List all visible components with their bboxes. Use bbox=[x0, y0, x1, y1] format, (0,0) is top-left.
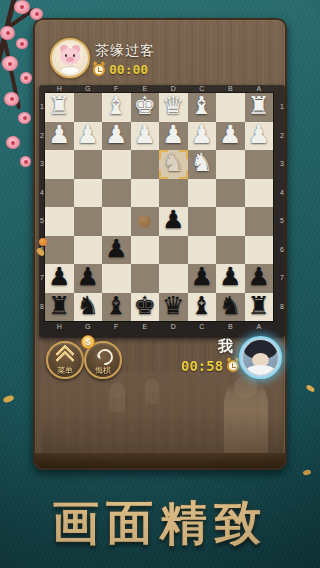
rank-label-left-8: 8 bbox=[39, 303, 45, 311]
rank-label-right-1: 1 bbox=[279, 103, 285, 111]
square-c3[interactable]: ♞ bbox=[188, 150, 217, 179]
square-a4[interactable] bbox=[245, 179, 274, 208]
selected-square-highlight bbox=[159, 150, 188, 179]
file-label-top-e: E bbox=[131, 85, 160, 93]
rank-label-right-8: 8 bbox=[279, 303, 285, 311]
square-f4[interactable] bbox=[102, 179, 131, 208]
white-pawn: ♟ bbox=[105, 121, 127, 149]
rank-label-right-4: 4 bbox=[279, 189, 285, 197]
square-d4[interactable] bbox=[159, 179, 188, 208]
black-queen: ♛ bbox=[162, 292, 184, 320]
rank-label-left-3: 3 bbox=[39, 160, 45, 168]
square-h7[interactable]: ♟ bbox=[45, 264, 74, 293]
file-label-bottom-d: D bbox=[159, 323, 188, 331]
black-pawn: ♟ bbox=[48, 263, 70, 291]
square-c5[interactable] bbox=[188, 207, 217, 236]
square-a2[interactable]: ♟ bbox=[245, 122, 274, 151]
square-b3[interactable] bbox=[216, 150, 245, 179]
black-rook: ♜ bbox=[48, 292, 70, 320]
square-d7[interactable] bbox=[159, 264, 188, 293]
black-knight: ♞ bbox=[219, 292, 241, 320]
move-origin-dot bbox=[138, 215, 151, 228]
square-h3[interactable] bbox=[45, 150, 74, 179]
square-g2[interactable]: ♟ bbox=[74, 122, 103, 151]
file-label-top-h: H bbox=[45, 85, 74, 93]
square-g6[interactable] bbox=[74, 236, 103, 265]
file-label-bottom-e: E bbox=[131, 323, 160, 331]
rank-label-right-6: 6 bbox=[279, 246, 285, 254]
file-label-top-d: D bbox=[159, 85, 188, 93]
white-king: ♚ bbox=[134, 92, 156, 120]
square-c6[interactable] bbox=[188, 236, 217, 265]
square-d1[interactable]: ♛ bbox=[159, 93, 188, 122]
square-e5[interactable] bbox=[131, 207, 160, 236]
square-a8[interactable]: ♜ bbox=[245, 293, 274, 322]
square-d3[interactable]: ♞ bbox=[159, 150, 188, 179]
wood-panel: 茶缘过客 00:00 ♜♝♚♛♝♜♟♟♟♟♟♟♟♟♞♞♟♟♟♟♟♟♟♜♞♝♚♛♝… bbox=[33, 18, 287, 470]
square-b4[interactable] bbox=[216, 179, 245, 208]
square-f2[interactable]: ♟ bbox=[102, 122, 131, 151]
square-g3[interactable] bbox=[74, 150, 103, 179]
white-pawn: ♟ bbox=[191, 121, 213, 149]
blossom-flower bbox=[18, 112, 31, 124]
square-d2[interactable]: ♟ bbox=[159, 122, 188, 151]
white-pawn: ♟ bbox=[134, 121, 156, 149]
square-b1[interactable] bbox=[216, 93, 245, 122]
file-label-bottom-c: C bbox=[188, 323, 217, 331]
square-e8[interactable]: ♚ bbox=[131, 293, 160, 322]
blossom-flower bbox=[0, 26, 15, 40]
white-rook: ♜ bbox=[48, 92, 70, 120]
opponent-timer: 00:00 bbox=[93, 62, 148, 77]
square-b8[interactable]: ♞ bbox=[216, 293, 245, 322]
floor-tint bbox=[41, 372, 283, 458]
square-a1[interactable]: ♜ bbox=[245, 93, 274, 122]
black-pawn: ♟ bbox=[219, 263, 241, 291]
square-g4[interactable] bbox=[74, 179, 103, 208]
square-a7[interactable]: ♟ bbox=[245, 264, 274, 293]
rank-label-right-5: 5 bbox=[279, 217, 285, 225]
white-bishop: ♝ bbox=[105, 92, 127, 120]
square-h5[interactable] bbox=[45, 207, 74, 236]
alarm-clock-icon bbox=[93, 64, 105, 76]
square-b5[interactable] bbox=[216, 207, 245, 236]
square-f5[interactable] bbox=[102, 207, 131, 236]
blossom-branch bbox=[0, 0, 17, 64]
square-f1[interactable]: ♝ bbox=[102, 93, 131, 122]
player-timer-value: 00:58 bbox=[181, 358, 223, 374]
square-f3[interactable] bbox=[102, 150, 131, 179]
opponent-avatar bbox=[50, 38, 90, 78]
blossom-branch bbox=[5, 8, 35, 31]
file-label-top-f: F bbox=[102, 85, 131, 93]
rank-label-right-7: 7 bbox=[279, 274, 285, 282]
white-queen: ♛ bbox=[162, 92, 184, 120]
chess-board: ♜♝♚♛♝♜♟♟♟♟♟♟♟♟♞♞♟♟♟♟♟♟♟♜♞♝♚♛♝♞♜ bbox=[45, 93, 273, 321]
square-d8[interactable]: ♛ bbox=[159, 293, 188, 322]
white-pawn: ♟ bbox=[162, 121, 184, 149]
square-b7[interactable]: ♟ bbox=[216, 264, 245, 293]
square-h6[interactable] bbox=[45, 236, 74, 265]
rank-label-right-2: 2 bbox=[279, 132, 285, 140]
blossom-branch bbox=[3, 40, 21, 109]
blossom-flower bbox=[20, 72, 32, 84]
rank-label-left-1: 1 bbox=[39, 103, 45, 111]
square-g5[interactable] bbox=[74, 207, 103, 236]
menu-button-label: 菜单 bbox=[48, 365, 82, 376]
black-pawn: ♟ bbox=[191, 263, 213, 291]
square-f8[interactable]: ♝ bbox=[102, 293, 131, 322]
blossom-flower bbox=[2, 56, 18, 71]
gold-petal bbox=[2, 394, 15, 404]
player-avatar bbox=[239, 336, 282, 379]
square-c1[interactable]: ♝ bbox=[188, 93, 217, 122]
opponent-timer-value: 00:00 bbox=[109, 62, 148, 77]
player-timer: 00:58 bbox=[181, 358, 239, 374]
square-d6[interactable] bbox=[159, 236, 188, 265]
black-pawn: ♟ bbox=[162, 206, 184, 234]
white-knight: ♞ bbox=[162, 149, 184, 177]
file-label-bottom-a: A bbox=[245, 323, 274, 331]
square-h1[interactable]: ♜ bbox=[45, 93, 74, 122]
black-pawn: ♟ bbox=[77, 263, 99, 291]
square-e4[interactable] bbox=[131, 179, 160, 208]
square-e6[interactable] bbox=[131, 236, 160, 265]
white-pawn: ♟ bbox=[219, 121, 241, 149]
blossom-flower bbox=[14, 0, 30, 14]
square-c2[interactable]: ♟ bbox=[188, 122, 217, 151]
square-e1[interactable]: ♚ bbox=[131, 93, 160, 122]
file-label-top-g: G bbox=[74, 85, 103, 93]
square-h2[interactable]: ♟ bbox=[45, 122, 74, 151]
black-bishop: ♝ bbox=[105, 292, 127, 320]
rank-label-left-5: 5 bbox=[39, 217, 45, 225]
coin-badge: $ bbox=[81, 335, 95, 349]
rank-label-left-6: 6 bbox=[39, 246, 45, 254]
white-pawn: ♟ bbox=[248, 121, 270, 149]
file-label-top-b: B bbox=[216, 85, 245, 93]
rank-label-left-2: 2 bbox=[39, 132, 45, 140]
file-label-top-a: A bbox=[245, 85, 274, 93]
square-a6[interactable] bbox=[245, 236, 274, 265]
square-g1[interactable] bbox=[74, 93, 103, 122]
square-g7[interactable]: ♟ bbox=[74, 264, 103, 293]
white-bishop: ♝ bbox=[191, 92, 213, 120]
blossom-flower bbox=[20, 156, 31, 167]
square-a5[interactable] bbox=[245, 207, 274, 236]
board-frame: ♜♝♚♛♝♜♟♟♟♟♟♟♟♟♞♞♟♟♟♟♟♟♟♜♞♝♚♛♝♞♜ HHGGFFEE… bbox=[39, 85, 285, 338]
black-pawn: ♟ bbox=[105, 235, 127, 263]
white-pawn: ♟ bbox=[48, 121, 70, 149]
white-rook: ♜ bbox=[248, 92, 270, 120]
square-e2[interactable]: ♟ bbox=[131, 122, 160, 151]
white-knight: ♞ bbox=[191, 149, 213, 177]
pig-avatar-image bbox=[54, 42, 86, 74]
player-label: 我 bbox=[218, 337, 234, 356]
file-label-top-c: C bbox=[188, 85, 217, 93]
rank-label-left-4: 4 bbox=[39, 189, 45, 197]
rank-label-right-3: 3 bbox=[279, 160, 285, 168]
undo-button-label: 悔棋 bbox=[86, 365, 120, 376]
black-knight: ♞ bbox=[77, 292, 99, 320]
blossom-flower bbox=[4, 92, 19, 106]
panel-base bbox=[35, 453, 285, 468]
gold-petal bbox=[302, 469, 311, 476]
square-b6[interactable] bbox=[216, 236, 245, 265]
black-bishop: ♝ bbox=[191, 292, 213, 320]
double-chevron-up-icon bbox=[48, 347, 82, 367]
black-rook: ♜ bbox=[248, 292, 270, 320]
blossom-flower bbox=[6, 136, 20, 149]
floor-decoration bbox=[41, 372, 283, 458]
square-f7[interactable] bbox=[102, 264, 131, 293]
square-c8[interactable]: ♝ bbox=[188, 293, 217, 322]
file-label-bottom-b: B bbox=[216, 323, 245, 331]
file-label-bottom-f: F bbox=[102, 323, 131, 331]
square-e7[interactable] bbox=[131, 264, 160, 293]
blossom-flower bbox=[16, 38, 28, 49]
square-h8[interactable]: ♜ bbox=[45, 293, 74, 322]
square-a3[interactable] bbox=[245, 150, 274, 179]
square-b2[interactable]: ♟ bbox=[216, 122, 245, 151]
square-d5[interactable]: ♟ bbox=[159, 207, 188, 236]
rank-label-left-7: 7 bbox=[39, 274, 45, 282]
square-f6[interactable]: ♟ bbox=[102, 236, 131, 265]
alarm-clock-icon bbox=[227, 360, 239, 372]
boy-avatar-image bbox=[243, 340, 278, 375]
square-c7[interactable]: ♟ bbox=[188, 264, 217, 293]
chess-game-screen: 茶缘过客 00:00 ♜♝♚♛♝♜♟♟♟♟♟♟♟♟♞♞♟♟♟♟♟♟♟♜♞♝♚♛♝… bbox=[0, 0, 320, 568]
white-pawn: ♟ bbox=[77, 121, 99, 149]
square-h4[interactable] bbox=[45, 179, 74, 208]
black-pawn: ♟ bbox=[248, 263, 270, 291]
gold-petal bbox=[305, 384, 315, 393]
black-king: ♚ bbox=[134, 292, 156, 320]
menu-button[interactable]: 菜单 bbox=[46, 341, 84, 379]
square-c4[interactable] bbox=[188, 179, 217, 208]
square-e3[interactable] bbox=[131, 150, 160, 179]
banner-text: 画面精致 bbox=[0, 492, 320, 555]
file-label-bottom-h: H bbox=[45, 323, 74, 331]
opponent-name: 茶缘过客 bbox=[95, 42, 155, 60]
square-g8[interactable]: ♞ bbox=[74, 293, 103, 322]
file-label-bottom-g: G bbox=[74, 323, 103, 331]
